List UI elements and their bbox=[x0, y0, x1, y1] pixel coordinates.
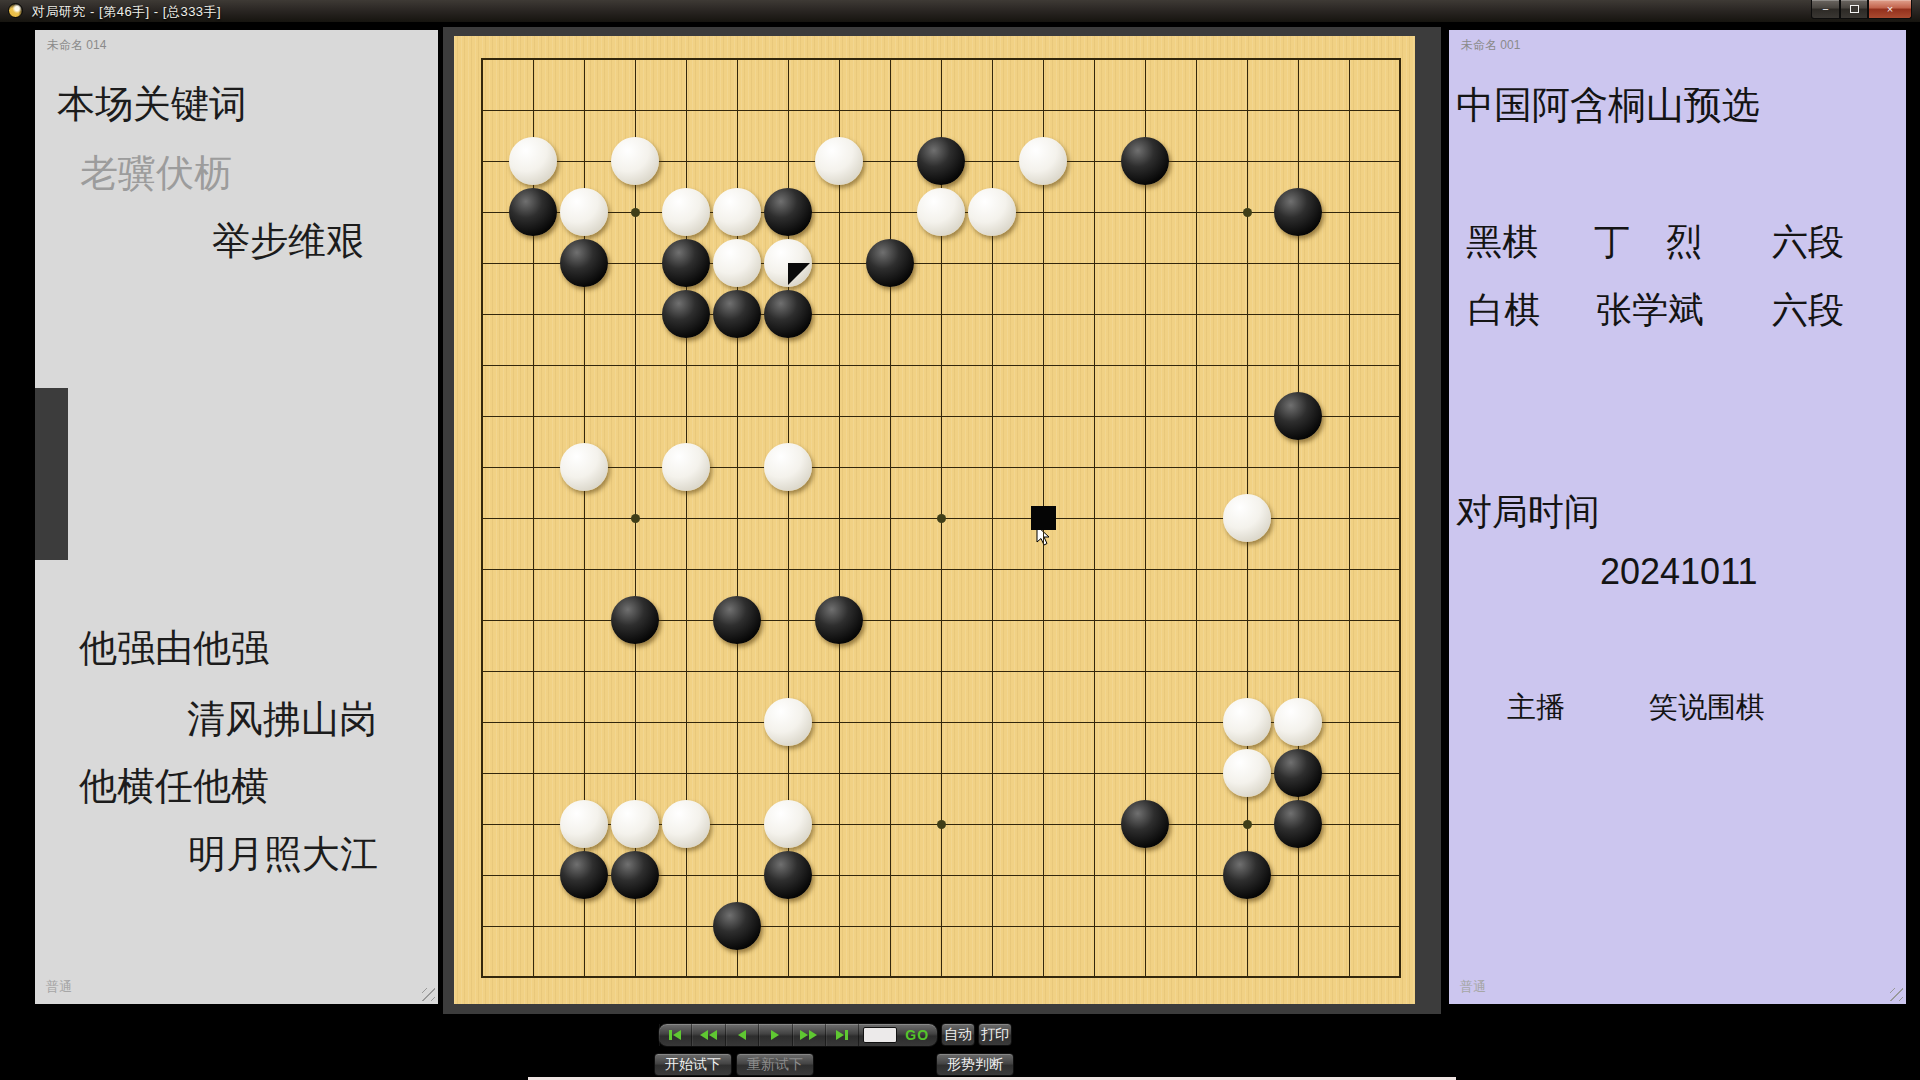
forward-icon bbox=[771, 1030, 779, 1040]
skip-first-icon bbox=[669, 1030, 672, 1040]
star-point bbox=[937, 820, 946, 829]
grid-line bbox=[481, 976, 1401, 978]
board-cursor-square bbox=[1031, 506, 1056, 530]
white-stone bbox=[1274, 698, 1322, 746]
panel-name-label: 未命名 014 bbox=[47, 37, 106, 54]
game-info-panel: 未命名 001 中国阿含桐山预选 黑棋 丁 烈 六段 白棋 张学斌 六段 对局时… bbox=[1449, 30, 1906, 1004]
keyword-panel: 未命名 014 本场关键词 老骥伏枥 举步维艰 他强由他强 清风拂山岗 他横任他… bbox=[35, 30, 438, 1004]
black-player-name: 丁 烈 bbox=[1594, 218, 1702, 267]
fast-backward-button[interactable] bbox=[692, 1024, 725, 1046]
star-point bbox=[631, 208, 640, 217]
game-date: 20241011 bbox=[1600, 551, 1758, 593]
white-stone bbox=[713, 188, 761, 236]
close-icon: × bbox=[1887, 3, 1893, 15]
fast-backward-icon bbox=[709, 1030, 717, 1040]
black-stone bbox=[1121, 137, 1169, 185]
keyword-line: 本场关键词 bbox=[57, 79, 247, 130]
white-stone bbox=[509, 137, 557, 185]
keyword-line: 举步维艰 bbox=[212, 216, 364, 267]
fast-forward-button[interactable] bbox=[793, 1024, 826, 1046]
print-button[interactable]: 打印 bbox=[978, 1023, 1012, 1046]
forward-button[interactable] bbox=[759, 1024, 792, 1046]
black-stone bbox=[764, 188, 812, 236]
star-point bbox=[937, 514, 946, 523]
white-stone bbox=[1223, 494, 1271, 542]
start-trial-button[interactable]: 开始试下 bbox=[654, 1053, 732, 1076]
star-point bbox=[631, 514, 640, 523]
resize-grip[interactable] bbox=[1890, 988, 1903, 1001]
playback-bar: GO bbox=[658, 1023, 938, 1047]
black-stone bbox=[917, 137, 965, 185]
host-label: 主播 bbox=[1507, 688, 1565, 728]
keyword-line: 清风拂山岗 bbox=[187, 694, 377, 745]
white-player-label: 白棋 bbox=[1468, 286, 1540, 335]
panel-drag-tab[interactable] bbox=[35, 388, 68, 560]
grid-line bbox=[481, 926, 1401, 927]
go-button[interactable]: GO bbox=[905, 1027, 929, 1043]
black-player-label: 黑棋 bbox=[1466, 218, 1538, 267]
grid-line bbox=[481, 671, 1401, 672]
black-stone bbox=[560, 851, 608, 899]
window-controls: − × bbox=[1811, 0, 1912, 20]
white-stone bbox=[764, 443, 812, 491]
white-player-rank: 六段 bbox=[1772, 286, 1844, 335]
minimize-button[interactable]: − bbox=[1811, 0, 1840, 19]
position-judge-button[interactable]: 形势判断 bbox=[936, 1053, 1014, 1076]
grid-line bbox=[1399, 58, 1401, 978]
black-stone bbox=[1223, 851, 1271, 899]
skip-last-icon bbox=[845, 1030, 848, 1040]
move-number-input[interactable] bbox=[863, 1027, 897, 1043]
black-stone bbox=[1121, 800, 1169, 848]
white-stone bbox=[764, 800, 812, 848]
black-stone bbox=[1274, 392, 1322, 440]
auto-play-button[interactable]: 自动 bbox=[941, 1023, 975, 1046]
star-point bbox=[1243, 820, 1252, 829]
fast-forward-icon bbox=[800, 1030, 808, 1040]
panel-mode-label: 普通 bbox=[46, 978, 72, 996]
star-point bbox=[1243, 208, 1252, 217]
white-stone bbox=[560, 800, 608, 848]
black-stone bbox=[713, 290, 761, 338]
white-stone bbox=[662, 800, 710, 848]
white-stone bbox=[713, 239, 761, 287]
backward-icon bbox=[738, 1030, 746, 1040]
fast-forward-icon bbox=[809, 1030, 817, 1040]
black-stone bbox=[764, 851, 812, 899]
grid-line bbox=[481, 569, 1401, 570]
resize-grip[interactable] bbox=[422, 988, 435, 1001]
black-stone bbox=[713, 596, 761, 644]
panel-mode-label: 普通 bbox=[1460, 978, 1486, 996]
app-logo-icon bbox=[8, 3, 23, 18]
backward-button[interactable] bbox=[726, 1024, 759, 1046]
white-stone bbox=[611, 800, 659, 848]
white-stone bbox=[815, 137, 863, 185]
black-stone bbox=[815, 596, 863, 644]
keyword-line: 明月照大江 bbox=[188, 829, 378, 880]
skip-first-icon bbox=[673, 1030, 681, 1040]
panel-name-label: 未命名 001 bbox=[1461, 37, 1520, 54]
white-stone bbox=[968, 188, 1016, 236]
window-title: 对局研究 - [第46手] - [总333手] bbox=[32, 3, 221, 21]
keyword-line: 老骥伏枥 bbox=[80, 148, 232, 199]
title-bar: 对局研究 - [第46手] - [总333手] − × bbox=[0, 0, 1920, 22]
black-stone bbox=[611, 596, 659, 644]
restore-icon bbox=[1850, 5, 1859, 13]
skip-last-icon bbox=[836, 1030, 844, 1040]
maximize-button[interactable] bbox=[1840, 0, 1868, 19]
grid-line bbox=[1349, 58, 1350, 978]
white-stone bbox=[611, 137, 659, 185]
host-name: 笑说围棋 bbox=[1649, 688, 1765, 728]
white-stone bbox=[1223, 749, 1271, 797]
black-stone bbox=[1274, 749, 1322, 797]
black-stone bbox=[560, 239, 608, 287]
event-title: 中国阿含桐山预选 bbox=[1456, 80, 1760, 131]
black-stone bbox=[1274, 188, 1322, 236]
white-player-name: 张学斌 bbox=[1596, 286, 1704, 335]
app-window: 对局研究 - [第46手] - [总333手] − × 未命名 014 本场关键… bbox=[0, 0, 1920, 1080]
black-stone bbox=[611, 851, 659, 899]
white-stone bbox=[764, 698, 812, 746]
black-stone bbox=[662, 290, 710, 338]
retry-trial-button[interactable]: 重新试下 bbox=[736, 1053, 814, 1076]
minimize-icon: − bbox=[1822, 3, 1828, 15]
keyword-line: 他横任他横 bbox=[79, 761, 269, 812]
close-button[interactable]: × bbox=[1868, 0, 1912, 19]
first-move-button[interactable] bbox=[659, 1024, 692, 1046]
black-stone bbox=[764, 290, 812, 338]
white-stone bbox=[917, 188, 965, 236]
black-stone bbox=[509, 188, 557, 236]
black-stone bbox=[866, 239, 914, 287]
white-stone bbox=[662, 443, 710, 491]
grid-line bbox=[1094, 58, 1095, 978]
black-player-rank: 六段 bbox=[1772, 218, 1844, 267]
fast-backward-icon bbox=[700, 1030, 708, 1040]
black-stone bbox=[713, 902, 761, 950]
game-time-label: 对局时间 bbox=[1456, 488, 1600, 537]
black-stone bbox=[1274, 800, 1322, 848]
white-stone bbox=[1223, 698, 1271, 746]
black-stone bbox=[662, 239, 710, 287]
grid-line bbox=[1196, 58, 1197, 978]
white-stone bbox=[560, 443, 608, 491]
last-move-button[interactable] bbox=[826, 1024, 859, 1046]
white-stone bbox=[662, 188, 710, 236]
white-stone bbox=[1019, 137, 1067, 185]
keyword-line: 他强由他强 bbox=[79, 623, 269, 674]
white-stone bbox=[560, 188, 608, 236]
